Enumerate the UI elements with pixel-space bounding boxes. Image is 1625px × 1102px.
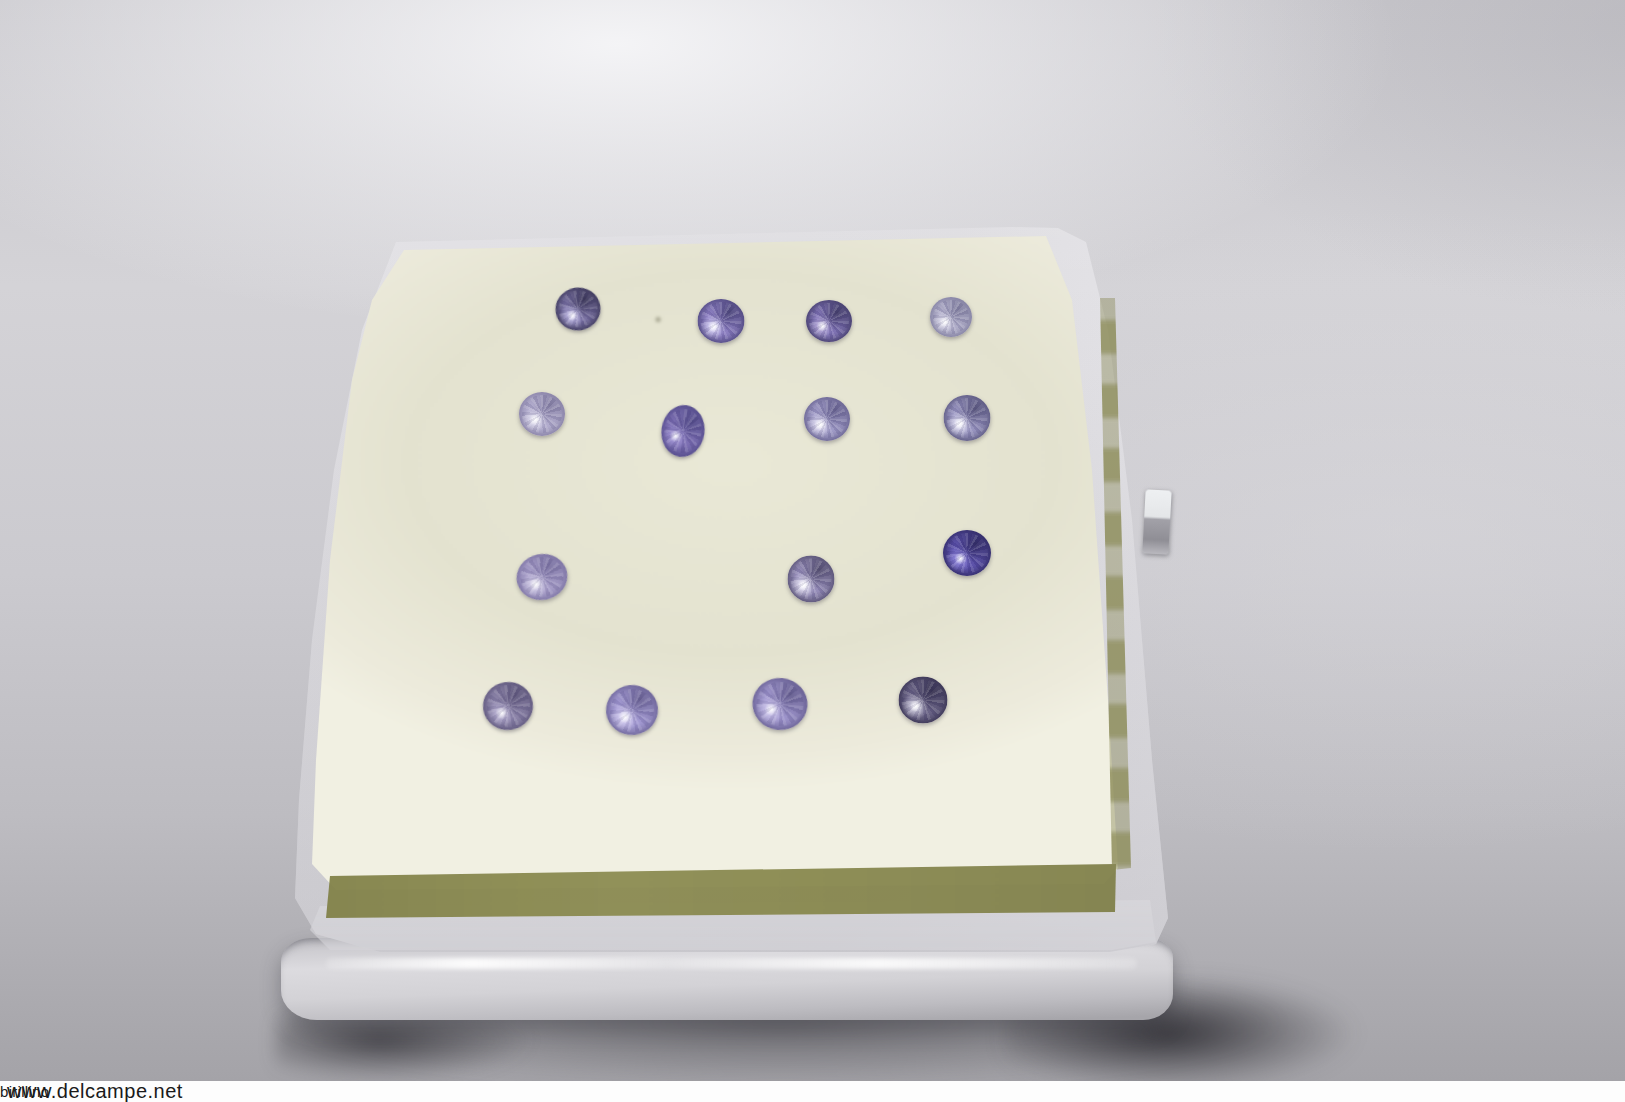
gem-r2c3 [804,397,850,441]
gem-r1c3 [806,300,852,342]
gem-r3c2 [788,556,835,603]
watermark-bar: www.delcampe.net birillino [0,1081,1625,1102]
photo-canvas: www.delcampe.net birillino [0,0,1625,1102]
watermark-seller-name: birillino [0,1081,49,1102]
gem-r4c3 [750,676,809,733]
gem-r1c2 [698,299,745,343]
gem-r4c2 [604,682,661,737]
gem-r2c2 [658,402,708,459]
gem-r1c1 [552,284,604,334]
gem-r1c4 [930,297,972,337]
gem-r4c4 [899,677,948,724]
gem-grid [0,0,1625,1102]
gem-r2c1 [519,392,565,436]
gem-r2c4 [944,395,991,441]
gem-r3c3 [943,530,991,576]
gem-r3c1 [512,549,571,605]
gem-r4c1 [480,679,536,733]
